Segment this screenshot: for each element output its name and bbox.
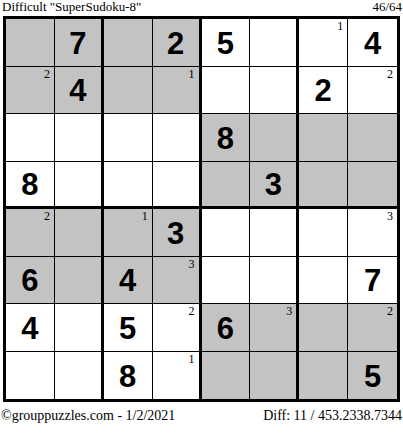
cell-r3c2[interactable] <box>55 114 104 162</box>
cell-r4c1[interactable]: 8 <box>6 162 55 210</box>
cell-r1c8[interactable]: 4 <box>348 19 397 67</box>
given-digit: 3 <box>167 218 184 249</box>
cell-r8c4[interactable]: 1 <box>153 352 202 400</box>
cell-r4c7[interactable] <box>299 162 348 210</box>
cell-r7c5[interactable]: 6 <box>202 304 251 352</box>
pencil-mark: 1 <box>189 352 195 366</box>
cell-r4c6[interactable]: 3 <box>250 162 299 210</box>
given-digit: 4 <box>364 28 381 59</box>
given-digit: 4 <box>119 265 136 296</box>
given-digit: 2 <box>315 75 332 106</box>
cell-r5c4[interactable]: 3 <box>153 209 202 257</box>
given-digit: 3 <box>265 169 282 200</box>
cell-r1c1[interactable] <box>6 19 55 67</box>
pencil-mark: 2 <box>44 209 50 223</box>
given-digit: 6 <box>217 313 234 344</box>
cell-r8c2[interactable] <box>55 352 104 400</box>
cell-r6c6[interactable] <box>250 257 299 305</box>
pencil-mark: 3 <box>189 257 195 271</box>
cell-r2c3[interactable] <box>104 67 153 115</box>
cell-r3c3[interactable] <box>104 114 153 162</box>
cell-r2c7[interactable]: 2 <box>299 67 348 115</box>
cell-r4c5[interactable] <box>202 162 251 210</box>
cell-r6c1[interactable]: 6 <box>6 257 55 305</box>
cell-r7c6[interactable]: 3 <box>250 304 299 352</box>
pencil-mark: 1 <box>337 19 343 33</box>
cell-r5c1[interactable]: 2 <box>6 209 55 257</box>
cell-r8c8[interactable]: 5 <box>348 352 397 400</box>
puzzle-title: Difficult "SuperSudoku-8" <box>0 0 141 14</box>
puzzle-page: Difficult "SuperSudoku-8" 46/64 72514241… <box>0 0 403 437</box>
cell-r6c5[interactable] <box>202 257 251 305</box>
footer: ©grouppuzzles.com - 1/2/2021 Diff: 11 / … <box>0 407 403 427</box>
cell-r5c7[interactable] <box>299 209 348 257</box>
cell-r3c6[interactable] <box>250 114 299 162</box>
cell-r1c5[interactable]: 5 <box>202 19 251 67</box>
cell-r1c6[interactable] <box>250 19 299 67</box>
cell-r1c3[interactable] <box>104 19 153 67</box>
cell-r8c6[interactable] <box>250 352 299 400</box>
cell-r7c4[interactable]: 2 <box>153 304 202 352</box>
cell-r6c8[interactable]: 7 <box>348 257 397 305</box>
cell-r3c4[interactable] <box>153 114 202 162</box>
cell-r2c2[interactable]: 4 <box>55 67 104 115</box>
cell-r7c2[interactable] <box>55 304 104 352</box>
pencil-mark: 2 <box>189 304 195 318</box>
cell-r8c1[interactable] <box>6 352 55 400</box>
cell-r7c1[interactable]: 4 <box>6 304 55 352</box>
cell-r2c5[interactable] <box>202 67 251 115</box>
cell-r3c8[interactable] <box>348 114 397 162</box>
cell-r5c2[interactable] <box>55 209 104 257</box>
cell-r7c7[interactable] <box>299 304 348 352</box>
cell-r6c7[interactable] <box>299 257 348 305</box>
cell-r6c3[interactable]: 4 <box>104 257 153 305</box>
copyright-date: ©grouppuzzles.com - 1/2/2021 <box>0 407 175 425</box>
cell-r5c6[interactable] <box>250 209 299 257</box>
cell-r2c6[interactable] <box>250 67 299 115</box>
given-digit: 5 <box>217 28 234 59</box>
cell-r4c3[interactable] <box>104 162 153 210</box>
pencil-mark: 3 <box>387 209 393 223</box>
cell-r2c8[interactable]: 2 <box>348 67 397 115</box>
cell-r4c8[interactable] <box>348 162 397 210</box>
cell-r6c4[interactable]: 3 <box>153 257 202 305</box>
progress-counter: 46/64 <box>372 0 403 14</box>
cell-r2c1[interactable]: 2 <box>6 67 55 115</box>
header: Difficult "SuperSudoku-8" 46/64 <box>0 0 403 15</box>
given-digit: 4 <box>21 313 38 344</box>
pencil-mark: 1 <box>189 67 195 81</box>
given-digit: 7 <box>69 28 86 59</box>
difficulty-info: Diff: 11 / 453.2338.7344 <box>263 407 403 425</box>
given-digit: 8 <box>119 361 136 392</box>
cell-r8c3[interactable]: 8 <box>104 352 153 400</box>
cell-r7c8[interactable]: 2 <box>348 304 397 352</box>
cell-r3c1[interactable] <box>6 114 55 162</box>
given-digit: 5 <box>364 361 381 392</box>
cell-r3c5[interactable]: 8 <box>202 114 251 162</box>
given-digit: 4 <box>69 75 86 106</box>
given-digit: 5 <box>119 313 136 344</box>
cell-r1c2[interactable]: 7 <box>55 19 104 67</box>
given-digit: 8 <box>21 169 38 200</box>
cell-r6c2[interactable] <box>55 257 104 305</box>
cell-r4c2[interactable] <box>55 162 104 210</box>
cell-r1c7[interactable]: 1 <box>299 19 348 67</box>
cell-r3c7[interactable] <box>299 114 348 162</box>
pencil-mark: 2 <box>387 67 393 81</box>
pencil-mark: 1 <box>142 209 148 223</box>
cell-r5c3[interactable]: 1 <box>104 209 153 257</box>
pencil-mark: 2 <box>44 67 50 81</box>
pencil-mark: 3 <box>286 304 292 318</box>
sudoku-board: 725142412288321336437452632815 <box>3 16 400 402</box>
cell-r4c4[interactable] <box>153 162 202 210</box>
cell-r1c4[interactable]: 2 <box>153 19 202 67</box>
given-digit: 7 <box>364 265 381 296</box>
cell-r8c7[interactable] <box>299 352 348 400</box>
cell-r2c4[interactable]: 1 <box>153 67 202 115</box>
given-digit: 2 <box>167 28 184 59</box>
cell-r8c5[interactable] <box>202 352 251 400</box>
given-digit: 6 <box>21 265 38 296</box>
pencil-mark: 2 <box>387 304 393 318</box>
cell-r5c8[interactable]: 3 <box>348 209 397 257</box>
given-digit: 8 <box>217 123 234 154</box>
cell-r7c3[interactable]: 5 <box>104 304 153 352</box>
cell-r5c5[interactable] <box>202 209 251 257</box>
